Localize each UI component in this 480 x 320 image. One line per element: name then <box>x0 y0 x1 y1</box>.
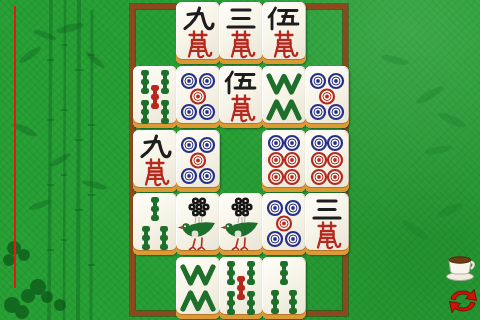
game-screen <box>0 0 480 320</box>
tile-9W[interactable] <box>176 2 220 64</box>
tile-8B[interactable] <box>176 257 220 319</box>
teacup-icon <box>443 251 477 281</box>
tile-5B[interactable] <box>219 257 263 319</box>
tile-6D[interactable] <box>262 130 306 192</box>
tile-1B[interactable] <box>219 193 263 255</box>
red-refresh-arrows-icon <box>447 285 479 317</box>
tile-5D[interactable] <box>262 193 306 255</box>
tile-8B[interactable] <box>262 66 306 128</box>
tile-3W[interactable] <box>219 2 263 64</box>
teacup-button[interactable] <box>443 251 477 281</box>
tile-5D[interactable] <box>176 66 220 128</box>
tile-3B[interactable] <box>262 257 306 319</box>
board <box>0 0 480 320</box>
tile-9W[interactable] <box>133 130 177 192</box>
shuffle-button[interactable] <box>447 285 479 317</box>
tile-5B[interactable] <box>133 66 177 128</box>
tile-5W[interactable] <box>219 66 263 128</box>
tile-3W[interactable] <box>305 193 349 255</box>
tile-1B[interactable] <box>176 193 220 255</box>
tile-5D[interactable] <box>176 130 220 192</box>
tile-5D[interactable] <box>305 66 349 128</box>
tile-3B[interactable] <box>133 193 177 255</box>
tile-6D[interactable] <box>305 130 349 192</box>
tile-5W[interactable] <box>262 2 306 64</box>
